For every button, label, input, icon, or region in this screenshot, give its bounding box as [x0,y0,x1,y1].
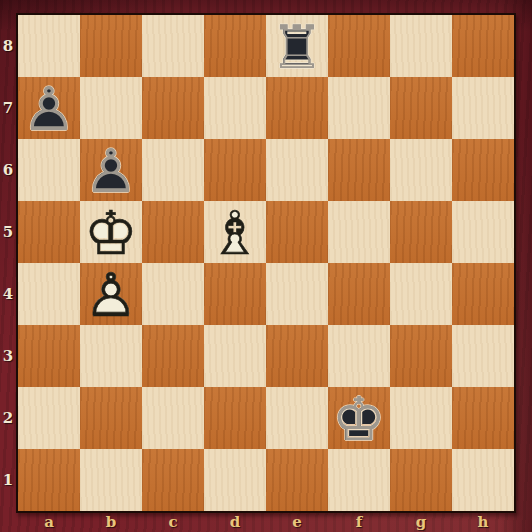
square-f7[interactable] [328,77,390,139]
file-label-a: a [18,512,80,531]
square-g5[interactable] [390,201,452,263]
square-f8[interactable] [328,15,390,77]
square-a6[interactable] [18,139,80,201]
black-pawn-outline-icon: ♙ [80,140,142,202]
rank-label-2: 2 [0,387,16,449]
white-pawn-outline-icon: ♙ [80,264,142,326]
square-c3[interactable] [142,325,204,387]
square-h6[interactable] [452,139,514,201]
square-h1[interactable] [452,449,514,511]
square-e6[interactable] [266,139,328,201]
piece-black-rook-e8: ♜♖ [266,15,328,77]
square-f6[interactable] [328,139,390,201]
square-c6[interactable] [142,139,204,201]
file-labels: abcdefgh [18,512,514,531]
square-c4[interactable] [142,263,204,325]
piece-black-pawn-b6: ♟♙ [80,139,142,201]
square-g2[interactable] [390,387,452,449]
square-f2[interactable]: ♚♔ [328,387,390,449]
piece-black-king-f2: ♚♔ [328,387,390,449]
white-king-outline-icon: ♔ [80,202,142,264]
square-a5[interactable] [18,201,80,263]
square-b7[interactable] [80,77,142,139]
white-bishop-outline-icon: ♗ [204,202,266,264]
square-h8[interactable] [452,15,514,77]
square-e2[interactable] [266,387,328,449]
square-e7[interactable] [266,77,328,139]
square-a3[interactable] [18,325,80,387]
piece-white-bishop-d5: ♝♗ [204,201,266,263]
black-rook-outline-icon: ♖ [266,16,328,78]
chess-board-frame: ♜♖♟♙♟♙♚♔♝♗♟♙♚♔ 87654321 abcdefgh [0,0,532,532]
rank-label-7: 7 [0,77,16,139]
square-a4[interactable] [18,263,80,325]
square-g3[interactable] [390,325,452,387]
square-h2[interactable] [452,387,514,449]
square-g1[interactable] [390,449,452,511]
square-d7[interactable] [204,77,266,139]
square-d5[interactable]: ♝♗ [204,201,266,263]
square-a1[interactable] [18,449,80,511]
file-label-e: e [266,512,328,531]
square-g6[interactable] [390,139,452,201]
square-f5[interactable] [328,201,390,263]
square-d4[interactable] [204,263,266,325]
rank-label-5: 5 [0,201,16,263]
square-c1[interactable] [142,449,204,511]
file-label-b: b [80,512,142,531]
square-c7[interactable] [142,77,204,139]
rank-label-1: 1 [0,449,16,511]
square-e1[interactable] [266,449,328,511]
square-h3[interactable] [452,325,514,387]
piece-black-pawn-a7: ♟♙ [18,77,80,139]
square-f1[interactable] [328,449,390,511]
rank-label-8: 8 [0,15,16,77]
square-f3[interactable] [328,325,390,387]
square-c2[interactable] [142,387,204,449]
square-a2[interactable] [18,387,80,449]
square-b6[interactable]: ♟♙ [80,139,142,201]
square-e3[interactable] [266,325,328,387]
file-label-g: g [390,512,452,531]
file-label-h: h [452,512,514,531]
rank-label-4: 4 [0,263,16,325]
file-label-f: f [328,512,390,531]
square-a7[interactable]: ♟♙ [18,77,80,139]
square-c5[interactable] [142,201,204,263]
square-e4[interactable] [266,263,328,325]
square-b8[interactable] [80,15,142,77]
square-g4[interactable] [390,263,452,325]
square-h4[interactable] [452,263,514,325]
square-g8[interactable] [390,15,452,77]
square-d1[interactable] [204,449,266,511]
piece-white-king-b5: ♚♔ [80,201,142,263]
square-d3[interactable] [204,325,266,387]
file-label-d: d [204,512,266,531]
square-e8[interactable]: ♜♖ [266,15,328,77]
square-d2[interactable] [204,387,266,449]
square-d8[interactable] [204,15,266,77]
rank-label-3: 3 [0,325,16,387]
chess-board: ♜♖♟♙♟♙♚♔♝♗♟♙♚♔ [16,13,516,513]
square-h7[interactable] [452,77,514,139]
square-d6[interactable] [204,139,266,201]
square-g7[interactable] [390,77,452,139]
rank-labels: 87654321 [0,15,16,511]
square-f4[interactable] [328,263,390,325]
square-b3[interactable] [80,325,142,387]
square-b2[interactable] [80,387,142,449]
square-c8[interactable] [142,15,204,77]
square-b5[interactable]: ♚♔ [80,201,142,263]
piece-white-pawn-b4: ♟♙ [80,263,142,325]
square-e5[interactable] [266,201,328,263]
file-label-c: c [142,512,204,531]
rank-label-6: 6 [0,139,16,201]
square-h5[interactable] [452,201,514,263]
square-a8[interactable] [18,15,80,77]
black-king-outline-icon: ♔ [328,388,390,450]
black-pawn-outline-icon: ♙ [18,78,80,140]
square-b1[interactable] [80,449,142,511]
square-b4[interactable]: ♟♙ [80,263,142,325]
